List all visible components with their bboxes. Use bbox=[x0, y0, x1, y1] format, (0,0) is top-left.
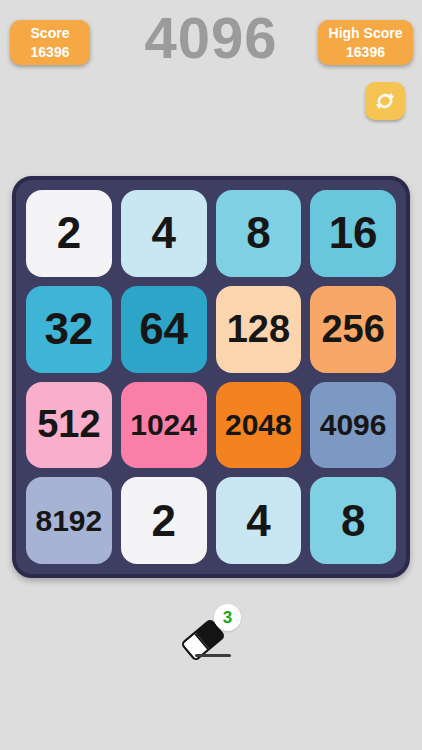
tile-2048: 2048 bbox=[216, 382, 302, 469]
tile-8: 8 bbox=[216, 190, 302, 277]
eraser-count-badge: 3 bbox=[214, 604, 241, 631]
tile-256: 256 bbox=[310, 286, 396, 373]
tile-128: 128 bbox=[216, 286, 302, 373]
tile-1024: 1024 bbox=[121, 382, 207, 469]
tile-4: 4 bbox=[216, 477, 302, 564]
restart-button[interactable] bbox=[365, 82, 405, 120]
tile-2: 2 bbox=[121, 477, 207, 564]
tile-8192: 8192 bbox=[26, 477, 112, 564]
tile-16: 16 bbox=[310, 190, 396, 277]
tile-8: 8 bbox=[310, 477, 396, 564]
eraser-underline bbox=[195, 654, 231, 657]
tile-4096: 4096 bbox=[310, 382, 396, 469]
tile-64: 64 bbox=[121, 286, 207, 373]
high-score-value: 16396 bbox=[346, 43, 385, 61]
tile-512: 512 bbox=[26, 382, 112, 469]
high-score-label: High Score bbox=[329, 24, 403, 42]
eraser-button[interactable]: 3 bbox=[179, 604, 243, 664]
tile-32: 32 bbox=[26, 286, 112, 373]
board-grid[interactable]: 2481632641282565121024204840968192248 bbox=[12, 176, 410, 578]
tile-4: 4 bbox=[121, 190, 207, 277]
eraser-count: 3 bbox=[223, 608, 232, 628]
tile-2: 2 bbox=[26, 190, 112, 277]
refresh-icon bbox=[373, 89, 397, 113]
high-score-badge: High Score 16396 bbox=[318, 20, 413, 65]
